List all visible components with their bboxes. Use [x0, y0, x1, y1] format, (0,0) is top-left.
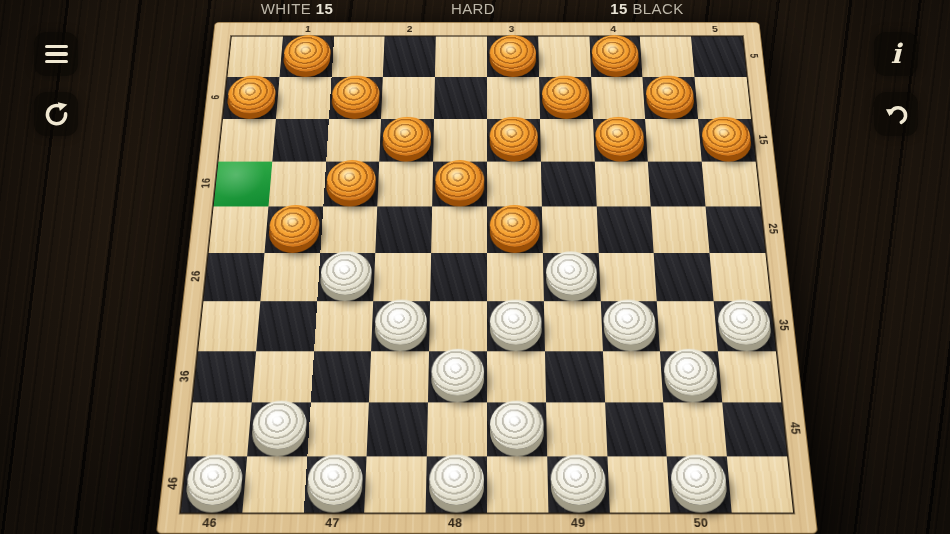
status-bar: WHITE 15 HARD 15 BLACK — [0, 0, 950, 20]
black-piece[interactable] — [592, 35, 640, 71]
light-square — [640, 37, 694, 77]
undo-icon — [883, 101, 910, 128]
light-square — [218, 119, 275, 162]
light-square — [546, 403, 607, 457]
square-16[interactable] — [214, 162, 273, 207]
white-piece[interactable] — [429, 455, 484, 505]
light-square — [268, 162, 326, 207]
light-square — [431, 207, 487, 253]
square-35[interactable] — [714, 301, 776, 351]
square-32[interactable] — [371, 301, 430, 351]
light-square — [607, 457, 671, 513]
light-square — [598, 253, 657, 301]
board-coordinate-3: 3 — [509, 25, 515, 34]
black-piece[interactable] — [701, 117, 753, 156]
light-square — [252, 351, 314, 403]
black-piece[interactable] — [268, 205, 321, 247]
light-square — [374, 253, 432, 301]
square-49[interactable] — [547, 457, 609, 513]
white-piece[interactable] — [490, 299, 542, 344]
white-piece[interactable] — [550, 455, 606, 505]
square-40[interactable] — [660, 351, 722, 403]
light-square — [542, 207, 599, 253]
board-coordinate-45: 45 — [787, 422, 802, 435]
difficulty-label: HARD — [403, 0, 543, 20]
light-square — [378, 162, 434, 207]
square-44[interactable] — [605, 403, 667, 457]
board-coordinate-35: 35 — [776, 319, 791, 331]
square-28[interactable] — [430, 253, 487, 301]
board-coordinate-47: 47 — [325, 516, 340, 529]
black-piece[interactable] — [331, 75, 380, 113]
square-11[interactable] — [272, 119, 328, 162]
board-coordinate-48: 48 — [448, 516, 462, 529]
square-15[interactable] — [698, 119, 755, 162]
square-25[interactable] — [706, 207, 766, 253]
white-piece[interactable] — [185, 455, 244, 505]
board-coordinate-6: 6 — [209, 94, 222, 99]
white-piece[interactable] — [250, 401, 307, 449]
white-piece[interactable] — [545, 251, 597, 294]
light-square — [381, 77, 435, 119]
square-20[interactable] — [648, 162, 706, 207]
square-22[interactable] — [376, 207, 433, 253]
white-piece[interactable] — [490, 401, 544, 449]
white-piece[interactable] — [320, 251, 373, 294]
white-score-count: 15 — [316, 0, 334, 17]
square-30[interactable] — [654, 253, 714, 301]
light-square — [603, 351, 664, 403]
square-46[interactable] — [181, 457, 247, 513]
square-23[interactable] — [487, 207, 543, 253]
black-piece[interactable] — [282, 35, 331, 71]
white-piece[interactable] — [716, 299, 772, 344]
board-coordinate-16: 16 — [199, 178, 213, 188]
light-square — [307, 403, 369, 457]
square-3[interactable] — [487, 37, 539, 77]
black-score-label: BLACK — [632, 0, 683, 17]
light-square — [727, 457, 793, 513]
light-square — [326, 119, 382, 162]
restart-icon — [43, 101, 70, 128]
light-square — [276, 77, 331, 119]
light-square — [540, 119, 595, 162]
hamburger-icon — [45, 45, 68, 63]
wood-background: { "game": "checkers-international-draugh… — [0, 0, 950, 534]
light-square — [487, 162, 542, 207]
board-coordinate-46: 46 — [165, 477, 181, 490]
board-coordinate-4: 4 — [610, 25, 616, 34]
square-14[interactable] — [593, 119, 649, 162]
square-38[interactable] — [428, 351, 487, 403]
square-29[interactable] — [543, 253, 601, 301]
square-41[interactable] — [247, 403, 310, 457]
white-piece[interactable] — [603, 299, 657, 344]
undo-button[interactable] — [874, 92, 918, 136]
white-piece[interactable] — [307, 455, 364, 505]
board-coordinate-25: 25 — [766, 223, 780, 234]
black-piece[interactable] — [226, 75, 277, 113]
square-17[interactable] — [323, 162, 380, 207]
light-square — [198, 301, 260, 351]
board-coordinate-1: 1 — [305, 25, 312, 34]
light-square — [710, 253, 771, 301]
square-48[interactable] — [426, 457, 487, 513]
black-piece[interactable] — [595, 117, 645, 156]
square-34[interactable] — [600, 301, 660, 351]
board-coordinate-46: 46 — [202, 516, 218, 529]
light-square — [242, 457, 307, 513]
black-piece[interactable] — [645, 75, 695, 113]
light-square — [718, 351, 781, 403]
light-square — [435, 37, 487, 77]
board-grid — [180, 36, 794, 514]
board-coordinate-49: 49 — [571, 516, 586, 529]
info-button[interactable]: i — [874, 32, 918, 76]
light-square — [591, 77, 646, 119]
square-31[interactable] — [256, 301, 317, 351]
light-square — [369, 351, 429, 403]
square-6[interactable] — [223, 77, 279, 119]
square-21[interactable] — [264, 207, 323, 253]
light-square — [487, 253, 544, 301]
black-piece[interactable] — [382, 117, 431, 156]
black-piece[interactable] — [490, 117, 538, 156]
light-square — [227, 37, 282, 77]
square-45[interactable] — [722, 403, 787, 457]
light-square — [331, 37, 385, 77]
square-42[interactable] — [367, 403, 428, 457]
square-12[interactable] — [380, 119, 435, 162]
square-50[interactable] — [667, 457, 732, 513]
square-19[interactable] — [541, 162, 597, 207]
light-square — [651, 207, 710, 253]
board-coordinate-15: 15 — [756, 134, 770, 144]
square-9[interactable] — [539, 77, 593, 119]
board-coordinate-5: 5 — [748, 54, 761, 59]
white-piece[interactable] — [670, 455, 728, 505]
square-36[interactable] — [193, 351, 256, 403]
square-2[interactable] — [383, 37, 436, 77]
square-13[interactable] — [487, 119, 541, 162]
board-coordinate-36: 36 — [177, 370, 192, 382]
light-square — [544, 301, 603, 351]
black-score: 15 BLACK — [577, 0, 717, 20]
square-1[interactable] — [279, 37, 333, 77]
light-square — [702, 162, 761, 207]
square-10[interactable] — [643, 77, 698, 119]
square-26[interactable] — [203, 253, 264, 301]
light-square — [487, 457, 548, 513]
light-square — [427, 403, 487, 457]
white-piece[interactable] — [431, 349, 484, 396]
light-square — [487, 77, 540, 119]
black-piece[interactable] — [435, 160, 484, 200]
black-piece[interactable] — [489, 35, 536, 71]
light-square — [433, 119, 487, 162]
board-coordinate-5: 5 — [712, 25, 719, 34]
square-7[interactable] — [329, 77, 384, 119]
menu-button[interactable] — [34, 32, 78, 76]
black-piece[interactable] — [490, 205, 540, 247]
light-square — [664, 403, 727, 457]
square-43[interactable] — [487, 403, 547, 457]
black-piece[interactable] — [541, 75, 589, 113]
square-24[interactable] — [596, 207, 654, 253]
checkers-board: 123454647484950616263646515253545 — [156, 22, 818, 534]
restart-button[interactable] — [34, 92, 78, 136]
square-47[interactable] — [303, 457, 367, 513]
square-8[interactable] — [434, 77, 487, 119]
light-square — [487, 351, 546, 403]
info-icon: i — [891, 40, 901, 67]
light-square — [260, 253, 320, 301]
light-square — [314, 301, 374, 351]
light-square — [538, 37, 591, 77]
light-square — [365, 457, 427, 513]
square-18[interactable] — [432, 162, 487, 207]
light-square — [695, 77, 751, 119]
light-square — [187, 403, 252, 457]
square-27[interactable] — [317, 253, 376, 301]
white-piece[interactable] — [663, 349, 719, 396]
square-5[interactable] — [691, 37, 746, 77]
light-square — [657, 301, 718, 351]
light-square — [429, 301, 487, 351]
square-39[interactable] — [545, 351, 605, 403]
board-coordinate-50: 50 — [693, 516, 708, 529]
white-score-label: WHITE — [261, 0, 311, 17]
white-piece[interactable] — [375, 299, 428, 344]
square-4[interactable] — [589, 37, 643, 77]
board-coordinate-26: 26 — [189, 270, 203, 281]
light-square — [209, 207, 269, 253]
square-33[interactable] — [487, 301, 545, 351]
square-37[interactable] — [310, 351, 371, 403]
black-score-count: 15 — [610, 0, 628, 17]
light-square — [320, 207, 378, 253]
light-square — [594, 162, 651, 207]
board-coordinate-2: 2 — [407, 25, 413, 34]
white-score: WHITE 15 — [227, 0, 367, 20]
black-piece[interactable] — [326, 160, 377, 200]
light-square — [645, 119, 701, 162]
